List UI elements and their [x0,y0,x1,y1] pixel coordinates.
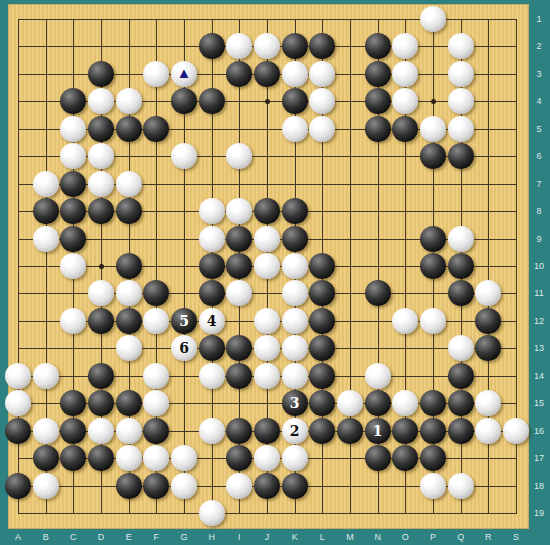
white-stone [448,226,474,252]
column-label: K [292,532,298,542]
black-stone: 3 [282,390,308,416]
black-stone [88,308,114,334]
white-stone [33,226,59,252]
white-stone [116,445,142,471]
row-label: 11 [534,288,543,298]
black-stone: 5 [171,308,197,334]
black-stone [60,418,86,444]
black-stone [365,445,391,471]
white-stone [254,253,280,279]
black-stone [5,473,31,499]
move-number: 1 [373,424,383,438]
row-label: 6 [536,151,541,161]
white-stone: ▲ [171,61,197,87]
white-stone [254,226,280,252]
column-label: Q [457,532,464,542]
black-stone [392,116,418,142]
white-stone [199,363,225,389]
black-stone [88,363,114,389]
white-stone [199,500,225,526]
white-stone [448,335,474,361]
grid-line-horizontal [18,513,517,514]
white-stone [282,61,308,87]
white-stone [475,418,501,444]
black-stone [448,418,474,444]
black-stone [143,116,169,142]
row-label: 7 [536,179,541,189]
black-stone [199,253,225,279]
white-stone [282,445,308,471]
column-label: A [15,532,21,542]
white-stone [448,116,474,142]
white-stone [199,226,225,252]
black-stone [448,363,474,389]
black-stone [282,88,308,114]
black-stone [309,363,335,389]
white-stone [420,308,446,334]
white-stone [33,473,59,499]
black-stone [282,226,308,252]
column-label: J [265,532,270,542]
white-stone [282,335,308,361]
white-stone [254,445,280,471]
black-stone [88,116,114,142]
black-stone [309,418,335,444]
white-stone [282,253,308,279]
black-stone [365,390,391,416]
black-stone [226,418,252,444]
white-stone [503,418,529,444]
black-stone [199,33,225,59]
black-stone [337,418,363,444]
white-stone [88,171,114,197]
column-label: P [430,532,436,542]
black-stone [226,226,252,252]
black-stone [392,418,418,444]
row-label: 16 [534,426,544,436]
white-stone [143,363,169,389]
move-number: 3 [290,396,300,410]
row-label: 3 [536,69,541,79]
black-stone [143,418,169,444]
column-label: F [154,532,160,542]
column-label: N [374,532,381,542]
white-stone [33,171,59,197]
move-number: 6 [179,341,189,355]
row-label: 19 [534,508,544,518]
black-stone [88,61,114,87]
go-board-app: ABCDEFGHIJKLMNOPQRS123456789101112131415… [0,0,550,545]
column-label: H [208,532,215,542]
white-stone [88,418,114,444]
white-stone [116,171,142,197]
black-stone [254,473,280,499]
black-stone [365,116,391,142]
row-label: 12 [534,316,544,326]
black-stone [254,198,280,224]
column-label: G [180,532,187,542]
black-stone [116,198,142,224]
row-label: 14 [534,371,544,381]
white-stone [282,280,308,306]
black-stone [60,171,86,197]
white-stone [309,116,335,142]
column-label: O [402,532,409,542]
column-label: I [238,532,241,542]
black-stone: 1 [365,418,391,444]
row-label: 9 [536,234,541,244]
black-stone [448,253,474,279]
white-stone: 4 [199,308,225,334]
white-stone [116,280,142,306]
black-stone [33,445,59,471]
white-stone [420,6,446,32]
black-stone [5,418,31,444]
white-stone [5,363,31,389]
black-stone [116,253,142,279]
white-stone [33,363,59,389]
white-stone [448,88,474,114]
triangle-marker-icon: ▲ [177,65,192,80]
move-number: 4 [207,314,217,328]
black-stone [365,33,391,59]
row-label: 10 [534,261,544,271]
black-stone [116,116,142,142]
move-number: 2 [290,424,300,438]
white-stone [116,88,142,114]
black-stone [143,473,169,499]
black-stone [88,198,114,224]
white-stone [226,473,252,499]
column-label: E [126,532,132,542]
black-stone [282,198,308,224]
white-stone [420,473,446,499]
white-stone [282,308,308,334]
row-label: 18 [534,481,544,491]
black-stone [365,88,391,114]
white-stone [254,308,280,334]
black-stone [33,198,59,224]
row-label: 15 [534,398,544,408]
black-stone [448,280,474,306]
row-label: 17 [534,453,544,463]
black-stone [116,308,142,334]
column-label: M [346,532,354,542]
black-stone [448,390,474,416]
row-label: 8 [536,206,541,216]
black-stone [448,143,474,169]
column-label: C [70,532,77,542]
white-stone [199,198,225,224]
black-stone [60,226,86,252]
column-label: B [43,532,49,542]
black-stone [116,473,142,499]
black-stone [420,418,446,444]
row-label: 2 [536,41,541,51]
column-label: D [98,532,105,542]
white-stone [420,116,446,142]
star-point [99,264,104,269]
black-stone [420,226,446,252]
column-label: L [320,532,325,542]
white-stone [448,61,474,87]
white-stone [365,363,391,389]
black-stone [420,253,446,279]
white-stone [60,116,86,142]
white-stone [282,116,308,142]
white-stone [171,445,197,471]
white-stone [171,473,197,499]
black-stone [254,418,280,444]
black-stone [226,363,252,389]
black-stone [365,280,391,306]
white-stone [254,363,280,389]
black-stone [199,88,225,114]
column-label: R [485,532,492,542]
black-stone [254,61,280,87]
black-stone [282,33,308,59]
white-stone [33,418,59,444]
black-stone [199,280,225,306]
white-stone [448,473,474,499]
black-stone [199,335,225,361]
black-stone [116,390,142,416]
row-label: 13 [534,343,544,353]
white-stone [448,33,474,59]
white-stone: 2 [282,418,308,444]
white-stone [199,418,225,444]
row-label: 4 [536,96,541,106]
move-number: 5 [179,314,189,328]
white-stone [282,363,308,389]
black-stone [282,473,308,499]
white-stone [116,335,142,361]
row-label: 1 [536,14,541,24]
white-stone [116,418,142,444]
black-stone [420,445,446,471]
black-stone [365,61,391,87]
row-label: 5 [536,124,541,134]
black-stone [88,445,114,471]
column-label: S [513,532,519,542]
